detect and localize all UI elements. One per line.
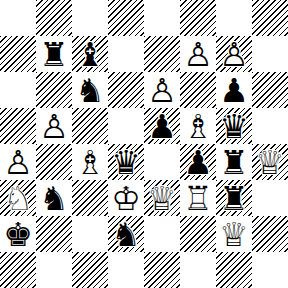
square-h2[interactable] xyxy=(252,216,288,252)
square-d7[interactable] xyxy=(108,36,144,72)
square-c8[interactable] xyxy=(72,0,108,36)
white-bishop-icon: ♗ xyxy=(183,110,213,143)
square-g3[interactable]: ♜♜ xyxy=(216,180,252,216)
square-b5[interactable]: ♟♙ xyxy=(36,108,72,144)
black-bishop-c7[interactable]: ♝♝ xyxy=(72,36,108,72)
square-g1[interactable] xyxy=(216,252,252,288)
square-c3[interactable] xyxy=(72,180,108,216)
square-a8[interactable] xyxy=(0,0,36,36)
white-rook-icon: ♖ xyxy=(183,182,213,215)
square-g7[interactable]: ♟♙ xyxy=(216,36,252,72)
square-d8[interactable] xyxy=(108,0,144,36)
white-pawn-icon: ♙ xyxy=(39,110,69,143)
white-pawn-b5[interactable]: ♟♙ xyxy=(36,108,72,144)
white-pawn-g7[interactable]: ♟♙ xyxy=(216,36,252,72)
chess-board: ♜♜♝♝♟♙♟♙♞♞♟♙♟♟♟♙♟♟♝♗♛♛♟♙♝♗♛♛♟♟♜♜♛♕♞♘♞♞♚♔… xyxy=(0,0,288,288)
black-pawn-f4[interactable]: ♟♟ xyxy=(180,144,216,180)
square-d6[interactable] xyxy=(108,72,144,108)
black-queen-icon: ♛ xyxy=(111,146,141,179)
square-a6[interactable] xyxy=(0,72,36,108)
black-rook-b7[interactable]: ♜♜ xyxy=(36,36,72,72)
white-pawn-a4[interactable]: ♟♙ xyxy=(0,144,36,180)
square-c6[interactable]: ♞♞ xyxy=(72,72,108,108)
white-queen-icon: ♕ xyxy=(255,146,285,179)
square-h5[interactable] xyxy=(252,108,288,144)
white-pawn-icon: ♙ xyxy=(147,74,177,107)
white-queen-e3[interactable]: ♛♕ xyxy=(144,180,180,216)
square-g4[interactable]: ♜♜ xyxy=(216,144,252,180)
black-bishop-icon: ♝ xyxy=(75,38,105,71)
square-b1[interactable] xyxy=(36,252,72,288)
square-h8[interactable] xyxy=(252,0,288,36)
black-pawn-icon: ♟ xyxy=(219,74,249,107)
square-b8[interactable] xyxy=(36,0,72,36)
black-knight-icon: ♞ xyxy=(75,74,105,107)
white-queen-g2[interactable]: ♛♕ xyxy=(216,216,252,252)
square-g5[interactable]: ♛♛ xyxy=(216,108,252,144)
black-pawn-icon: ♟ xyxy=(147,110,177,143)
square-f6[interactable] xyxy=(180,72,216,108)
square-c5[interactable] xyxy=(72,108,108,144)
white-pawn-e6[interactable]: ♟♙ xyxy=(144,72,180,108)
square-a1[interactable] xyxy=(0,252,36,288)
square-h7[interactable] xyxy=(252,36,288,72)
square-d2[interactable]: ♞♞ xyxy=(108,216,144,252)
black-queen-d4[interactable]: ♛♛ xyxy=(108,144,144,180)
black-rook-g4[interactable]: ♜♜ xyxy=(216,144,252,180)
white-bishop-icon: ♗ xyxy=(75,146,105,179)
white-pawn-icon: ♙ xyxy=(183,38,213,71)
square-e8[interactable] xyxy=(144,0,180,36)
square-e5[interactable]: ♟♟ xyxy=(144,108,180,144)
square-e1[interactable] xyxy=(144,252,180,288)
black-knight-c6[interactable]: ♞♞ xyxy=(72,72,108,108)
white-pawn-icon: ♙ xyxy=(3,146,33,179)
black-knight-icon: ♞ xyxy=(111,218,141,251)
square-f3[interactable]: ♜♖ xyxy=(180,180,216,216)
square-h6[interactable] xyxy=(252,72,288,108)
black-queen-g5[interactable]: ♛♛ xyxy=(216,108,252,144)
white-bishop-c4[interactable]: ♝♗ xyxy=(72,144,108,180)
square-c7[interactable]: ♝♝ xyxy=(72,36,108,72)
square-g2[interactable]: ♛♕ xyxy=(216,216,252,252)
square-d1[interactable] xyxy=(108,252,144,288)
black-pawn-icon: ♟ xyxy=(183,146,213,179)
black-king-icon: ♚ xyxy=(3,218,33,251)
square-c1[interactable] xyxy=(72,252,108,288)
white-pawn-icon: ♙ xyxy=(219,38,249,71)
white-rook-f3[interactable]: ♜♖ xyxy=(180,180,216,216)
square-f8[interactable] xyxy=(180,0,216,36)
black-knight-b3[interactable]: ♞♞ xyxy=(36,180,72,216)
black-pawn-g6[interactable]: ♟♟ xyxy=(216,72,252,108)
square-a7[interactable] xyxy=(0,36,36,72)
white-bishop-f5[interactable]: ♝♗ xyxy=(180,108,216,144)
black-knight-d2[interactable]: ♞♞ xyxy=(108,216,144,252)
square-e6[interactable]: ♟♙ xyxy=(144,72,180,108)
black-rook-icon: ♜ xyxy=(39,38,69,71)
square-e2[interactable] xyxy=(144,216,180,252)
square-g6[interactable]: ♟♟ xyxy=(216,72,252,108)
square-f4[interactable]: ♟♟ xyxy=(180,144,216,180)
square-b4[interactable] xyxy=(36,144,72,180)
square-e7[interactable] xyxy=(144,36,180,72)
square-g8[interactable] xyxy=(216,0,252,36)
white-queen-icon: ♕ xyxy=(147,182,177,215)
square-h1[interactable] xyxy=(252,252,288,288)
white-queen-h4[interactable]: ♛♕ xyxy=(252,144,288,180)
square-f2[interactable] xyxy=(180,216,216,252)
white-queen-icon: ♕ xyxy=(219,218,249,251)
black-rook-g3[interactable]: ♜♜ xyxy=(216,180,252,216)
square-b3[interactable]: ♞♞ xyxy=(36,180,72,216)
black-queen-icon: ♛ xyxy=(219,110,249,143)
square-a2[interactable]: ♚♚ xyxy=(0,216,36,252)
square-d5[interactable] xyxy=(108,108,144,144)
white-pawn-f7[interactable]: ♟♙ xyxy=(180,36,216,72)
square-e4[interactable] xyxy=(144,144,180,180)
black-knight-icon: ♞ xyxy=(39,182,69,215)
square-e3[interactable]: ♛♕ xyxy=(144,180,180,216)
square-b7[interactable]: ♜♜ xyxy=(36,36,72,72)
black-rook-icon: ♜ xyxy=(219,146,249,179)
black-rook-icon: ♜ xyxy=(219,182,249,215)
white-king-icon: ♔ xyxy=(111,182,141,215)
square-f7[interactable]: ♟♙ xyxy=(180,36,216,72)
square-a4[interactable]: ♟♙ xyxy=(0,144,36,180)
square-c4[interactable]: ♝♗ xyxy=(72,144,108,180)
square-d4[interactable]: ♛♛ xyxy=(108,144,144,180)
square-a3[interactable]: ♞♘ xyxy=(0,180,36,216)
white-knight-icon: ♘ xyxy=(3,182,33,215)
square-d3[interactable]: ♚♔ xyxy=(108,180,144,216)
square-h4[interactable]: ♛♕ xyxy=(252,144,288,180)
square-f1[interactable] xyxy=(180,252,216,288)
square-h3[interactable] xyxy=(252,180,288,216)
square-c2[interactable] xyxy=(72,216,108,252)
square-b2[interactable] xyxy=(36,216,72,252)
black-king-a2[interactable]: ♚♚ xyxy=(0,216,36,252)
white-knight-a3[interactable]: ♞♘ xyxy=(0,180,36,216)
black-pawn-e5[interactable]: ♟♟ xyxy=(144,108,180,144)
square-a5[interactable] xyxy=(0,108,36,144)
white-king-d3[interactable]: ♚♔ xyxy=(108,180,144,216)
square-b6[interactable] xyxy=(36,72,72,108)
square-f5[interactable]: ♝♗ xyxy=(180,108,216,144)
